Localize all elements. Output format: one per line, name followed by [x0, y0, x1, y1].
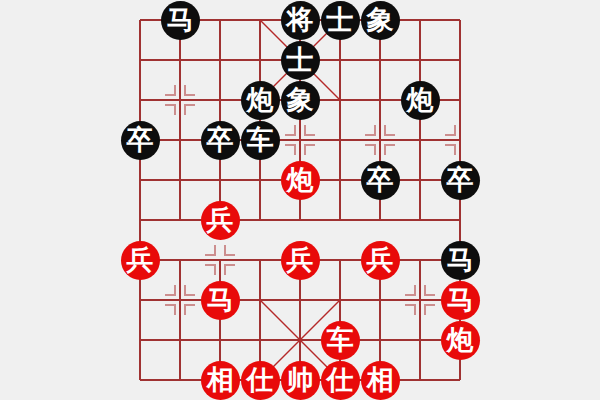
- piece-black-pawn[interactable]: 卒: [121, 121, 160, 160]
- piece-black-pawn[interactable]: 卒: [441, 161, 480, 200]
- piece-black-advisor[interactable]: 士: [321, 1, 360, 40]
- piece-red-advisor[interactable]: 仕: [321, 361, 360, 400]
- piece-red-chariot[interactable]: 车: [321, 321, 360, 360]
- piece-red-pawn[interactable]: 兵: [281, 241, 320, 280]
- piece-red-horse[interactable]: 马: [441, 281, 480, 320]
- piece-red-pawn[interactable]: 兵: [121, 241, 160, 280]
- piece-red-cannon[interactable]: 炮: [281, 161, 320, 200]
- piece-black-horse[interactable]: 马: [161, 1, 200, 40]
- piece-black-elephant[interactable]: 象: [281, 81, 320, 120]
- piece-black-elephant[interactable]: 象: [361, 1, 400, 40]
- piece-black-cannon[interactable]: 炮: [401, 81, 440, 120]
- xiangqi-app: 马将士象士炮象炮卒卒车卒卒马炮兵兵兵兵马马车炮相仕帅仕相: [0, 0, 600, 400]
- piece-black-chariot[interactable]: 车: [241, 121, 280, 160]
- piece-black-general[interactable]: 将: [281, 1, 320, 40]
- piece-red-pawn[interactable]: 兵: [361, 241, 400, 280]
- piece-red-general[interactable]: 帅: [281, 361, 320, 400]
- piece-red-horse[interactable]: 马: [201, 281, 240, 320]
- piece-black-advisor[interactable]: 士: [281, 41, 320, 80]
- piece-red-elephant[interactable]: 相: [201, 361, 240, 400]
- piece-red-cannon[interactable]: 炮: [441, 321, 480, 360]
- piece-red-advisor[interactable]: 仕: [241, 361, 280, 400]
- piece-red-pawn[interactable]: 兵: [201, 201, 240, 240]
- piece-black-pawn[interactable]: 卒: [201, 121, 240, 160]
- piece-black-cannon[interactable]: 炮: [241, 81, 280, 120]
- piece-black-pawn[interactable]: 卒: [361, 161, 400, 200]
- piece-black-horse[interactable]: 马: [441, 241, 480, 280]
- piece-red-elephant[interactable]: 相: [361, 361, 400, 400]
- xiangqi-board: 马将士象士炮象炮卒卒车卒卒马炮兵兵兵兵马马车炮相仕帅仕相: [140, 20, 460, 380]
